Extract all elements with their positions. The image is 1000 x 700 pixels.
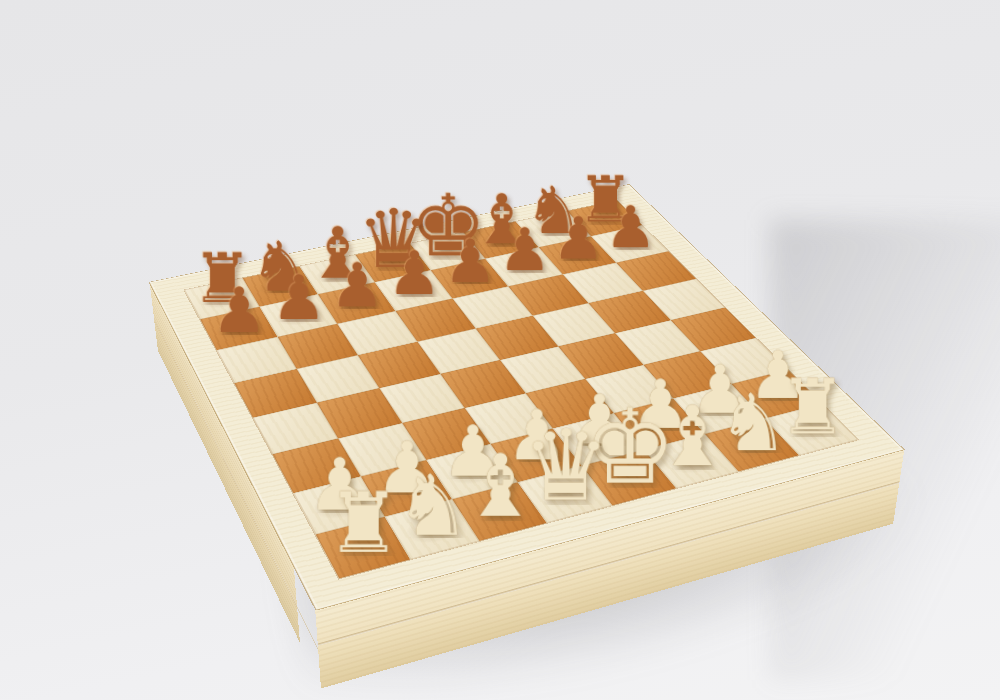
scene: ♜♞♝♛♚♝♞♜♟♟♟♟♟♟♟♟♟♟♟♟♟♟♟♟♜♞♝♛♚♝♞♜ (0, 0, 1000, 700)
square-h5[interactable] (643, 279, 725, 320)
square-a6[interactable] (217, 337, 297, 383)
studio-photo-chess-set: { "game": "chess", "scene": { "descripti… (0, 0, 1000, 700)
square-a1[interactable]: ♜ (316, 517, 411, 579)
chess-box-top: ♜♞♝♛♚♝♞♜♟♟♟♟♟♟♟♟♟♟♟♟♟♟♟♟♜♞♝♛♚♝♞♜ (150, 185, 904, 610)
